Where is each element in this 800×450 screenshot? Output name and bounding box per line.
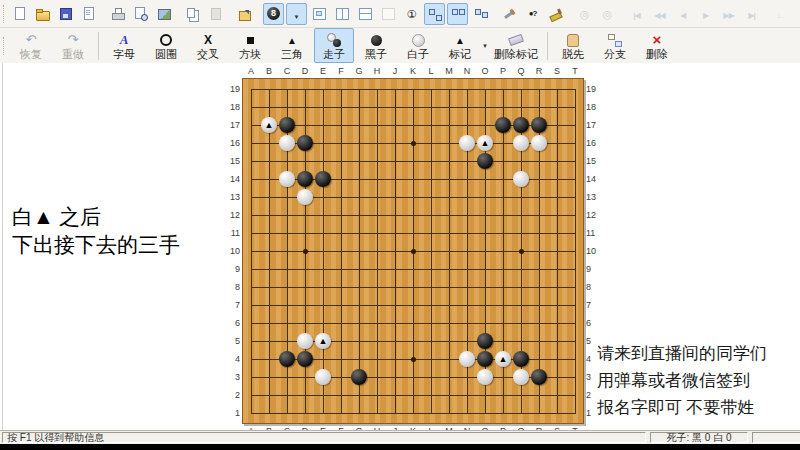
paste-icon[interactable]	[205, 3, 226, 25]
edit-toolbar: ↶恢复↷重做A字母圆圈X交叉方块▲三角走子黑子白子▲标记▼删除标记脱先分支×删除	[0, 28, 800, 64]
icon	[13, 7, 27, 21]
delete-x-icon: ×	[653, 33, 662, 47]
nav-last-icon[interactable]: ▶|	[741, 3, 762, 25]
black-stone-button[interactable]: 黑子	[356, 28, 396, 63]
icon	[549, 7, 563, 21]
branch-icon	[608, 34, 622, 47]
icon	[503, 7, 517, 21]
print-preview-icon[interactable]	[130, 3, 151, 25]
button-label: 恢复	[20, 48, 42, 61]
stone-black-P17	[495, 117, 511, 133]
play-move-button[interactable]: 走子	[314, 28, 354, 63]
toolbar-sep	[98, 32, 99, 60]
star-point	[519, 249, 524, 254]
icon: ▼	[293, 7, 301, 21]
status-extra-panel	[752, 432, 800, 443]
triangle-mark: ▲	[265, 117, 274, 133]
black-stone-icon	[371, 35, 382, 46]
delete-mark-button[interactable]: 删除标记	[490, 28, 542, 63]
stone-black-Q17	[513, 117, 529, 133]
stone-white-C16	[279, 135, 295, 151]
coord-label: 5	[224, 336, 240, 346]
stone-white-R16	[531, 135, 547, 151]
coord-label: 4	[224, 354, 240, 364]
icon: ◁	[797, 7, 800, 21]
tree-compact-icon[interactable]	[447, 3, 468, 25]
icon	[382, 8, 395, 20]
icon	[134, 7, 148, 21]
letter-mark-button[interactable]: A字母	[104, 28, 144, 63]
icon: ◀◀	[653, 7, 667, 21]
button-label: 黑子	[365, 48, 387, 61]
coord-label: 9	[586, 264, 602, 274]
status-bar: 按 F1 以得到帮助信息 死子: 黑 0 白 0	[0, 430, 800, 444]
save-as-icon[interactable]	[78, 3, 99, 25]
coord-label: N	[458, 66, 476, 76]
coord-label: P	[494, 66, 512, 76]
branch-up-icon[interactable]: ∟	[770, 3, 791, 25]
main-toolbar: 8▼①●?◎◎|◀◀◀◀▶▶▶▶|∟◁▷	[0, 0, 800, 28]
coord-label: 14	[224, 174, 240, 184]
stone-white-E3	[315, 369, 331, 385]
live-room-annotation-line1: 请来到直播间的同学们	[597, 340, 767, 367]
window-hsplit-icon[interactable]	[355, 3, 376, 25]
coord-label: 15	[586, 156, 602, 166]
properties-icon[interactable]	[234, 3, 255, 25]
coord-label: 3	[224, 372, 240, 382]
copy-icon[interactable]	[182, 3, 203, 25]
coord-label: E	[314, 66, 332, 76]
coord-label: K	[404, 66, 422, 76]
undo-button[interactable]: ↶恢复	[11, 28, 51, 63]
stone-white-N4	[459, 351, 475, 367]
move-number-dropdown[interactable]: ▼	[286, 3, 307, 25]
cross-mark-button[interactable]: X交叉	[188, 28, 228, 63]
coord-label: 9	[224, 264, 240, 274]
toolbar-grip	[3, 5, 4, 23]
cross-mark-icon: X	[204, 33, 212, 47]
bottom-black-strip	[0, 444, 800, 450]
problem-annotation-line1: 白▲ 之后	[12, 203, 180, 231]
triangle-mark: ▲	[319, 333, 328, 349]
status-captures: 死子: 黑 0 白 0	[650, 432, 748, 443]
icon: ∟	[774, 7, 788, 21]
open-file-icon[interactable]	[32, 3, 53, 25]
coord-label: Q	[512, 66, 530, 76]
print-icon[interactable]	[107, 3, 128, 25]
rotate-right-icon[interactable]: ◎	[597, 3, 618, 25]
window-vsplit-icon[interactable]	[332, 3, 353, 25]
icon: ▶|	[745, 7, 759, 21]
circle-mark-icon	[160, 34, 172, 46]
star-point	[411, 357, 416, 362]
stone-white-N16	[459, 135, 475, 151]
coord-label: A	[242, 66, 260, 76]
white-stone-icon	[412, 34, 425, 47]
move-number-toggle[interactable]: 8	[263, 3, 284, 25]
stone-black-E14	[315, 171, 331, 187]
icon	[451, 7, 465, 21]
window-new-icon[interactable]	[309, 3, 330, 25]
button-label: 重做	[62, 48, 84, 61]
live-room-annotation-line2: 用弹幕或者微信签到	[597, 367, 767, 394]
window-plain-icon[interactable]	[378, 3, 399, 25]
coord-label: 2	[224, 390, 240, 400]
icon	[238, 7, 252, 21]
stone-white-P4: ▲	[495, 351, 511, 367]
icon	[209, 7, 223, 21]
coord-label: D	[296, 66, 314, 76]
problem-annotation: 白▲ 之后 下出接下去的三手	[12, 203, 180, 259]
export-image-icon[interactable]	[153, 3, 174, 25]
nav-back-icon[interactable]: ◀	[672, 3, 693, 25]
delete-button[interactable]: ×删除	[637, 28, 677, 63]
panel-edge	[2, 63, 3, 430]
toolbar-grip	[3, 37, 6, 55]
stone-black-D14	[297, 171, 313, 187]
go-board[interactable]: AA1919BB1818CC1717DD1616EE1515FF1414GG13…	[242, 78, 584, 424]
stone-white-D13	[297, 189, 313, 205]
icon	[428, 7, 442, 21]
triangle-mark: ▲	[499, 351, 508, 367]
coord-label: J	[386, 66, 404, 76]
coord-label: 8	[586, 282, 602, 292]
stone-black-Q4	[513, 351, 529, 367]
icon: ◎	[601, 7, 615, 21]
live-room-annotation-line3: 报名字即可 不要带姓	[597, 394, 767, 421]
button-label: 圆圈	[155, 48, 177, 61]
stone-black-O4	[477, 351, 493, 367]
triangle-mark-button[interactable]: ▲三角	[272, 28, 312, 63]
stone-query-icon[interactable]: ●?	[522, 3, 543, 25]
nav-forward-icon[interactable]: ▶	[695, 3, 716, 25]
stone-black-C17	[279, 117, 295, 133]
stone-white-E5: ▲	[315, 333, 331, 349]
coord-label: 19	[224, 84, 240, 94]
coord-label: 18	[586, 102, 602, 112]
icon	[157, 7, 171, 21]
tools-icon[interactable]	[499, 3, 520, 25]
button-label: 白子	[407, 48, 429, 61]
button-label: 走子	[323, 48, 345, 61]
button-label: 删除标记	[494, 48, 538, 61]
coord-label: 11	[224, 228, 240, 238]
branch-prev-icon[interactable]: ◁	[793, 3, 800, 25]
tree-view-icon[interactable]	[424, 3, 445, 25]
show-number-one-icon[interactable]: ①	[401, 3, 422, 25]
coord-label: 12	[586, 210, 602, 220]
coord-label: 14	[586, 174, 602, 184]
coord-label: 15	[224, 156, 240, 166]
icon: ◀	[676, 7, 690, 21]
stone-white-Q16	[513, 135, 529, 151]
stone-white-B17: ▲	[261, 117, 277, 133]
icon: ▶	[699, 7, 713, 21]
stone-white-O3	[477, 369, 493, 385]
coord-label: 6	[224, 318, 240, 328]
coord-label: B	[260, 66, 278, 76]
star-point	[303, 249, 308, 254]
icon: ①	[405, 7, 419, 21]
button-label: 删除	[646, 48, 668, 61]
coord-label: 16	[586, 138, 602, 148]
play-stones-icon	[327, 33, 341, 47]
mark-tri-icon: ▲	[455, 34, 465, 47]
button-label: 标记	[449, 48, 471, 61]
stone-white-Q14	[513, 171, 529, 187]
button-label: 方块	[239, 48, 261, 61]
coord-label: 17	[224, 120, 240, 130]
branch-button[interactable]: 分支	[595, 28, 635, 63]
triangle-mark: ▲	[481, 135, 490, 151]
tenuki-button[interactable]: 脱先	[553, 28, 593, 63]
icon	[186, 7, 200, 21]
icon: ◎	[578, 7, 592, 21]
button-label: 脱先	[562, 48, 584, 61]
brush-icon[interactable]	[545, 3, 566, 25]
coord-label: S	[548, 66, 566, 76]
stone-black-C4	[279, 351, 295, 367]
coord-label: 16	[224, 138, 240, 148]
coord-label: M	[440, 66, 458, 76]
icon	[82, 7, 96, 21]
problem-annotation-line2: 下出接下去的三手	[12, 231, 180, 259]
redo-button[interactable]: ↷重做	[53, 28, 93, 63]
coord-label: H	[368, 66, 386, 76]
coord-label: 6	[586, 318, 602, 328]
stone-white-Q3	[513, 369, 529, 385]
stone-black-R17	[531, 117, 547, 133]
star-point	[411, 249, 416, 254]
coord-label: 19	[586, 84, 602, 94]
icon	[111, 7, 125, 21]
coord-label: 18	[224, 102, 240, 112]
stone-black-R3	[531, 369, 547, 385]
coord-label: 1	[224, 408, 240, 418]
stone-white-C14	[279, 171, 295, 187]
icon	[359, 8, 372, 20]
coord-label: 13	[224, 192, 240, 202]
icon: |◀	[630, 7, 644, 21]
coord-label: 8	[224, 282, 240, 292]
hand-icon	[567, 34, 579, 47]
icon	[59, 7, 73, 21]
coord-label: 7	[224, 300, 240, 310]
icon	[313, 8, 326, 20]
stone-black-O5	[477, 333, 493, 349]
tree-wide-icon[interactable]	[470, 3, 491, 25]
mark-button[interactable]: ▲标记	[440, 28, 480, 63]
coord-label: O	[476, 66, 494, 76]
stone-black-G3	[351, 369, 367, 385]
icon: ▶▶	[722, 7, 736, 21]
coord-label: F	[332, 66, 350, 76]
icon	[336, 8, 349, 20]
icon: 8	[267, 7, 280, 20]
nav-ffwd-icon[interactable]: ▶▶	[718, 3, 739, 25]
coord-label: 10	[586, 246, 602, 256]
stone-white-D5	[297, 333, 313, 349]
button-label: 字母	[113, 48, 135, 61]
status-help-text: 按 F1 以得到帮助信息	[2, 432, 646, 443]
icon	[36, 7, 50, 21]
coord-label: 11	[586, 228, 602, 238]
toolbar-sep	[547, 32, 548, 60]
coord-label: 13	[586, 192, 602, 202]
triangle-mark-icon: ▲	[287, 34, 297, 47]
rotate-left-icon[interactable]: ◎	[574, 3, 595, 25]
nav-rewind-icon[interactable]: ◀◀	[649, 3, 670, 25]
go-editor-window: 8▼①●?◎◎|◀◀◀◀▶▶▶▶|∟◁▷ ↶恢复↷重做A字母圆圈X交叉方块▲三角…	[0, 0, 800, 450]
coord-label: G	[350, 66, 368, 76]
stone-black-D4	[297, 351, 313, 367]
star-point	[411, 141, 416, 146]
square-mark-button[interactable]: 方块	[230, 28, 270, 63]
nav-first-icon[interactable]: |◀	[626, 3, 647, 25]
stone-black-D16	[297, 135, 313, 151]
live-room-annotation: 请来到直播间的同学们 用弹幕或者微信签到 报名字即可 不要带姓	[597, 340, 767, 421]
coord-label: 17	[586, 120, 602, 130]
redo-icon: ↷	[68, 33, 79, 47]
square-mark-icon	[247, 37, 254, 44]
button-label: 三角	[281, 48, 303, 61]
eraser-icon	[508, 34, 524, 46]
coord-label: L	[422, 66, 440, 76]
coord-label: 12	[224, 210, 240, 220]
coord-label: 7	[586, 300, 602, 310]
new-file-icon[interactable]	[9, 3, 30, 25]
circle-mark-button[interactable]: 圆圈	[146, 28, 186, 63]
stone-black-O15	[477, 153, 493, 169]
mark-dropdown-caret[interactable]: ▼	[482, 43, 488, 49]
coord-label: T	[566, 66, 584, 76]
button-label: 分支	[604, 48, 626, 61]
letter-a-icon: A	[120, 33, 129, 47]
button-label: 交叉	[197, 48, 219, 61]
icon	[474, 7, 488, 21]
white-stone-button[interactable]: 白子	[398, 28, 438, 63]
icon: ●?	[526, 7, 540, 21]
save-file-icon[interactable]	[55, 3, 76, 25]
coord-label: C	[278, 66, 296, 76]
undo-icon: ↶	[26, 33, 37, 47]
stone-white-O16: ▲	[477, 135, 493, 151]
coord-label: 10	[224, 246, 240, 256]
coord-label: R	[530, 66, 548, 76]
